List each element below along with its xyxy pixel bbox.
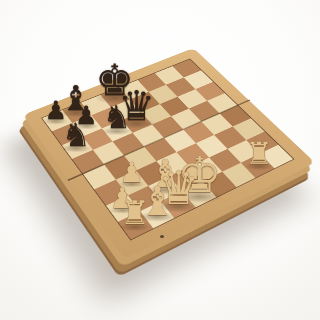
product-photo-stage: ♚♝♟♟♛♞♞♜♟♝♛♚♝♟♜	[0, 0, 320, 320]
black-knight-icon: ♞	[103, 102, 131, 134]
pieces-layer: ♚♝♟♟♛♞♞♜♟♝♛♚♝♟♜	[0, 0, 320, 320]
black-knight-icon: ♞	[62, 119, 91, 151]
piece-black-knight[interactable]: ♞	[62, 119, 91, 151]
white-rook-icon: ♜	[121, 198, 150, 231]
piece-white-rook[interactable]: ♜	[246, 139, 273, 169]
clasp-dot	[160, 235, 164, 238]
piece-white-rook[interactable]: ♜	[121, 198, 150, 231]
white-rook-icon: ♜	[246, 139, 273, 169]
piece-black-knight[interactable]: ♞	[103, 102, 131, 134]
